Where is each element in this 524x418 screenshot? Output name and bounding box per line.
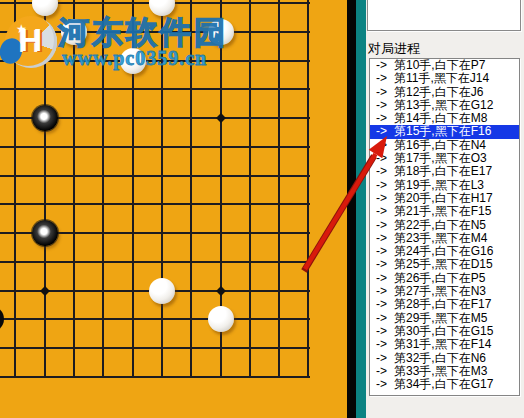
move-item-text: 第14手,白下在M8 [394,111,487,125]
move-item-arrow-prefix: -> [376,125,387,138]
move-item[interactable]: ->第13手,黑下在G12 [370,99,519,112]
move-list-label: 对局进程 [368,40,420,58]
grid-hline [0,146,310,148]
move-item-text: 第34手,白下在G17 [394,377,493,391]
move-item-arrow-prefix: -> [376,365,387,378]
grid-hline [0,203,310,205]
move-item-text: 第19手,黑下在L3 [394,178,484,192]
move-item-text: 第32手,白下在N6 [394,351,486,365]
move-item-arrow-prefix: -> [376,352,387,365]
move-item[interactable]: ->第10手,白下在P7 [370,59,519,72]
move-list[interactable]: ->第10手,白下在P7->第11手,黑下在J14->第12手,白下在J6->第… [369,58,520,396]
move-item[interactable]: ->第19手,黑下在L3 [370,179,519,192]
cropped-black-stone [0,306,4,332]
move-item[interactable]: ->第18手,白下在E17 [370,165,519,178]
move-item[interactable]: ->第26手,白下在P5 [370,272,519,285]
watermark-url: www.pc0359.cn [62,47,207,70]
star-point [216,286,226,296]
move-item[interactable]: ->第29手,黑下在M5 [370,312,519,325]
move-item-arrow-prefix: -> [376,285,387,298]
grid-vline [249,0,251,378]
grid-hline [0,88,310,90]
move-item-text: 第13手,黑下在G12 [394,98,493,112]
move-item-text: 第18手,白下在E17 [394,164,492,178]
move-item-arrow-prefix: -> [376,205,387,218]
move-item-arrow-prefix: -> [376,219,387,232]
grid-vline [307,0,309,378]
move-item-arrow-prefix: -> [376,232,387,245]
star-point [216,113,226,123]
move-item-text: 第15手,黑下在F16 [394,124,491,138]
move-item[interactable]: ->第24手,白下在G16 [370,245,519,258]
move-item[interactable]: ->第33手,黑下在M3 [370,365,519,378]
move-item-text: 第16手,白下在N4 [394,138,486,152]
move-item-text: 第21手,黑下在F15 [394,204,491,218]
grid-hline [0,376,310,378]
move-item-arrow-prefix: -> [376,325,387,338]
move-item-text: 第25手,黑下在D15 [394,257,493,271]
move-item-arrow-prefix: -> [376,139,387,152]
move-item-text: 第33手,黑下在M3 [394,364,487,378]
move-item-arrow-prefix: -> [376,165,387,178]
star-point [40,286,50,296]
move-item-arrow-prefix: -> [376,86,387,99]
move-item[interactable]: ->第22手,白下在N5 [370,219,519,232]
go-board[interactable]: H ★ 河东软件园 www.pc0359.cn [0,0,347,418]
move-item[interactable]: ->第20手,白下在H17 [370,192,519,205]
move-item-arrow-prefix: -> [376,312,387,325]
move-item-text: 第27手,黑下在N3 [394,284,486,298]
black-stone-K6 [32,220,58,246]
black-stone-K10 [32,105,58,131]
grid-vline [278,0,280,378]
move-item[interactable]: ->第32手,白下在N6 [370,352,519,365]
info-box [367,0,521,31]
move-item[interactable]: ->第21手,黑下在F15 [370,205,519,218]
move-item[interactable]: ->第25手,黑下在D15 [370,258,519,271]
move-item-arrow-prefix: -> [376,99,387,112]
move-item-text: 第28手,白下在F17 [394,297,491,311]
move-item[interactable]: ->第11手,黑下在J14 [370,72,519,85]
grid-hline [0,261,310,263]
move-item-text: 第31手,黑下在F14 [394,337,491,351]
move-item-text: 第30手,白下在G15 [394,324,493,338]
move-item[interactable]: ->第30手,白下在G15 [370,325,519,338]
move-item[interactable]: ->第23手,黑下在M4 [370,232,519,245]
move-item[interactable]: ->第14手,白下在M8 [370,112,519,125]
move-item-arrow-prefix: -> [376,245,387,258]
move-item-arrow-prefix: -> [376,258,387,271]
grid-hline [0,347,310,349]
move-item[interactable]: ->第31手,黑下在F14 [370,338,519,351]
move-item-arrow-prefix: -> [376,179,387,192]
move-item-arrow-prefix: -> [376,272,387,285]
move-item-arrow-prefix: -> [376,338,387,351]
watermark-logo: H ★ [3,14,61,68]
logo-star-icon: ★ [16,23,27,35]
move-item-text: 第17手,黑下在O3 [394,151,487,165]
grid-hline [0,318,310,320]
move-item-text: 第26手,白下在P5 [394,271,485,285]
move-item-text: 第11手,黑下在J14 [394,71,489,85]
move-item[interactable]: ->第12手,白下在J6 [370,86,519,99]
move-item-text: 第20手,白下在H17 [394,191,493,205]
move-item[interactable]: ->第17手,黑下在O3 [370,152,519,165]
move-item[interactable]: ->第16手,白下在N4 [370,139,519,152]
move-item-text: 第22手,白下在N5 [394,218,486,232]
move-item-selected[interactable]: ->第15手,黑下在F16 [370,125,519,138]
move-item-arrow-prefix: -> [376,152,387,165]
move-item-arrow-prefix: -> [376,378,387,391]
move-item-text: 第29手,黑下在M5 [394,311,487,325]
move-item[interactable]: ->第27手,黑下在N3 [370,285,519,298]
move-item-text: 第12手,白下在J6 [394,85,483,99]
move-item[interactable]: ->第28手,白下在F17 [370,298,519,311]
desktop-background-strip [356,0,366,418]
move-item-arrow-prefix: -> [376,59,387,72]
move-item-arrow-prefix: -> [376,192,387,205]
move-item-text: 第23手,黑下在M4 [394,231,487,245]
grid-hline [0,175,310,177]
white-stone-Q3 [208,306,234,332]
move-item-arrow-prefix: -> [376,298,387,311]
move-item-text: 第24手,白下在G16 [394,244,493,258]
move-item-arrow-prefix: -> [376,112,387,125]
white-stone-O4 [149,278,175,304]
board-window-border [347,0,356,418]
move-item[interactable]: ->第34手,白下在G17 [370,378,519,391]
game-progress-panel: 对局进程 ->第10手,白下在P7->第11手,黑下在J14->第12手,白下在… [366,0,524,418]
move-item-arrow-prefix: -> [376,72,387,85]
move-item-text: 第10手,白下在P7 [394,58,485,72]
